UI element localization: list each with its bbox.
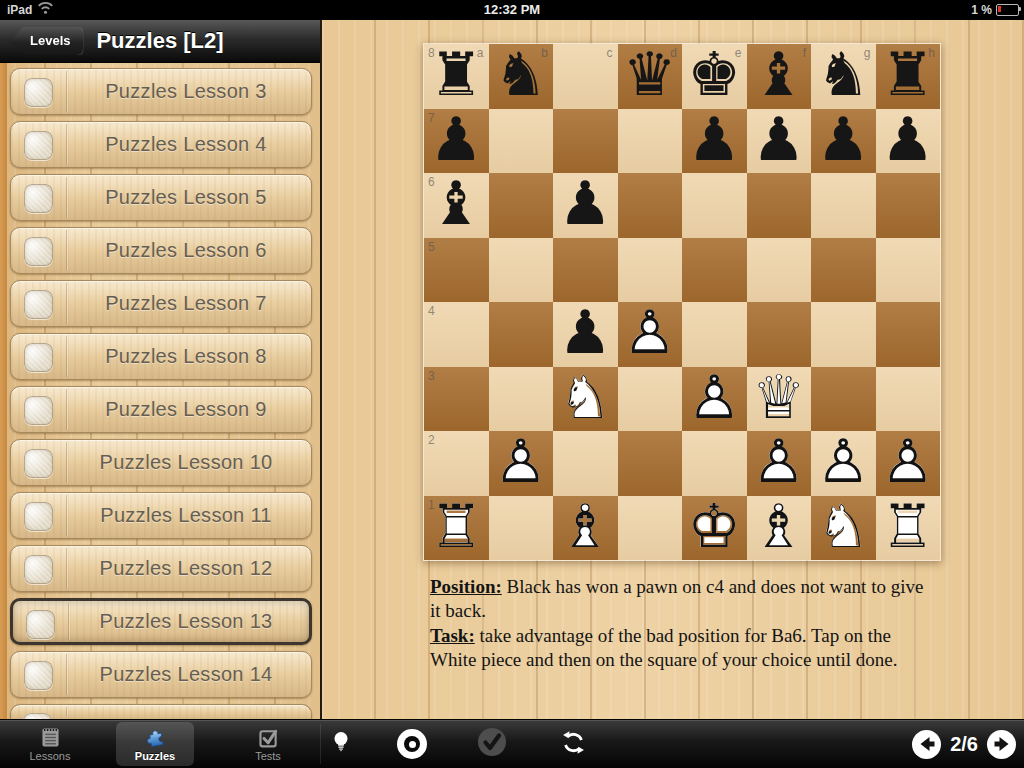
- lesson-item[interactable]: Puzzles Lesson 11: [10, 492, 312, 539]
- rank-label: 2: [428, 433, 435, 447]
- white-rook-outline: ♖: [876, 496, 941, 559]
- square-g8[interactable]: g♞: [811, 44, 876, 109]
- bottom-toolbar: Lessons Puzzles Tests: [0, 719, 1024, 768]
- square-e3[interactable]: ♟♙: [682, 367, 747, 432]
- lesson-status-icon: [24, 343, 53, 372]
- square-b7[interactable]: [489, 109, 554, 174]
- puzzle-pager: 2/6: [912, 720, 1016, 768]
- square-c3[interactable]: ♞♘: [553, 367, 618, 432]
- restart-button[interactable]: [556, 720, 590, 768]
- square-a4[interactable]: 4: [424, 302, 489, 367]
- file-label: b: [541, 46, 548, 60]
- lesson-status-icon: [24, 502, 53, 531]
- rank-label: 5: [428, 240, 435, 254]
- lesson-status-icon: [24, 131, 53, 160]
- white-pawn-outline: ♙: [682, 367, 747, 430]
- square-g5[interactable]: [811, 238, 876, 303]
- battery-percent-label: 1 %: [971, 3, 992, 17]
- record-button[interactable]: [395, 720, 429, 768]
- square-b5[interactable]: [489, 238, 554, 303]
- square-f3[interactable]: ♛♕: [747, 367, 812, 432]
- square-h6[interactable]: [876, 173, 941, 238]
- square-c2[interactable]: [553, 431, 618, 496]
- lesson-item[interactable]: Puzzles Lesson 10: [10, 439, 312, 486]
- square-f5[interactable]: [747, 238, 812, 303]
- task-label: Task:: [430, 625, 475, 646]
- tab-puzzles[interactable]: Puzzles: [116, 722, 194, 766]
- square-d3[interactable]: [618, 367, 683, 432]
- square-b3[interactable]: [489, 367, 554, 432]
- file-label: d: [670, 46, 677, 60]
- rank-label: 6: [428, 175, 435, 189]
- status-bar: iPad 12:32 PM 1 %: [0, 0, 1024, 20]
- square-b2[interactable]: ♟♙: [489, 431, 554, 496]
- black-pawn: ♟: [811, 109, 876, 172]
- square-c7[interactable]: [553, 109, 618, 174]
- puzzle-piece-icon: [142, 724, 169, 750]
- square-e1[interactable]: ♚♔: [682, 496, 747, 561]
- white-bishop-outline: ♗: [747, 496, 812, 559]
- black-pawn: ♟: [553, 302, 618, 365]
- square-a3[interactable]: 3: [424, 367, 489, 432]
- square-a6[interactable]: 6♝: [424, 173, 489, 238]
- square-b6[interactable]: [489, 173, 554, 238]
- lesson-item[interactable]: Puzzles Lesson 4: [10, 121, 312, 168]
- white-pawn-outline: ♙: [747, 431, 812, 494]
- square-d6[interactable]: [618, 173, 683, 238]
- lightbulb-icon: [329, 730, 353, 758]
- lesson-status-icon: [24, 184, 53, 213]
- square-h3[interactable]: [876, 367, 941, 432]
- lesson-item-partial[interactable]: Puzzles Lesson 15: [10, 704, 312, 719]
- square-f2[interactable]: ♟♙: [747, 431, 812, 496]
- rank-label: 1: [428, 498, 435, 512]
- lesson-item[interactable]: Puzzles Lesson 3: [10, 68, 312, 115]
- square-e5[interactable]: [682, 238, 747, 303]
- lesson-status-icon: [24, 661, 53, 690]
- square-e2[interactable]: [682, 431, 747, 496]
- rank-label: 4: [428, 304, 435, 318]
- checkbox-icon: [256, 724, 281, 750]
- file-label: e: [735, 46, 742, 60]
- rank-label: 8: [428, 46, 435, 60]
- lesson-status-icon: [24, 555, 53, 584]
- square-g2[interactable]: ♟♙: [811, 431, 876, 496]
- position-text: Black has won a pawn on c4 and does not …: [430, 576, 923, 621]
- square-h8[interactable]: h♜: [876, 44, 941, 109]
- square-g7[interactable]: ♟: [811, 109, 876, 174]
- square-e8[interactable]: e♚: [682, 44, 747, 109]
- square-g1[interactable]: ♞♘: [811, 496, 876, 561]
- lesson-item[interactable]: Puzzles Lesson 7: [10, 280, 312, 327]
- square-f7[interactable]: ♟: [747, 109, 812, 174]
- square-f4[interactable]: [747, 302, 812, 367]
- tab-lessons[interactable]: Lessons: [11, 722, 89, 766]
- puzzle-area: 8a♜b♞cd♛e♚f♝g♞h♜7♟♟♟♟♟6♝♟54♟♟♙3♞♘♟♙♛♕2♟♙…: [322, 20, 1024, 720]
- square-e6[interactable]: [682, 173, 747, 238]
- white-pawn-outline: ♙: [489, 431, 554, 494]
- lesson-item-selected[interactable]: Puzzles Lesson 13: [10, 598, 312, 645]
- square-e4[interactable]: [682, 302, 747, 367]
- lesson-item[interactable]: Puzzles Lesson 5: [10, 174, 312, 221]
- square-a7[interactable]: 7♟: [424, 109, 489, 174]
- previous-puzzle-button[interactable]: [912, 730, 941, 759]
- notepad-icon: [38, 724, 63, 750]
- black-pawn: ♟: [747, 109, 812, 172]
- refresh-icon: [560, 729, 587, 760]
- square-h2[interactable]: ♟♙: [876, 431, 941, 496]
- square-d7[interactable]: [618, 109, 683, 174]
- lesson-status-icon: [24, 290, 53, 319]
- chess-board: 8a♜b♞cd♛e♚f♝g♞h♜7♟♟♟♟♟6♝♟54♟♟♙3♞♘♟♙♛♕2♟♙…: [423, 43, 941, 561]
- file-label: g: [864, 46, 871, 60]
- square-g3[interactable]: [811, 367, 876, 432]
- square-f6[interactable]: [747, 173, 812, 238]
- rank-label: 3: [428, 369, 435, 383]
- white-pawn-outline: ♙: [811, 431, 876, 494]
- square-b8[interactable]: b♞: [489, 44, 554, 109]
- record-icon: [397, 729, 427, 759]
- white-knight-outline: ♘: [553, 367, 618, 430]
- square-b4[interactable]: [489, 302, 554, 367]
- task-text: take advantage of the bad position for B…: [430, 625, 897, 670]
- check-answer-button[interactable]: [475, 720, 509, 768]
- lesson-item[interactable]: Puzzles Lesson 9: [10, 386, 312, 433]
- white-queen-outline: ♕: [747, 367, 812, 430]
- checkmark-circle-icon: [477, 727, 507, 761]
- square-d1[interactable]: [618, 496, 683, 561]
- levels-back-button[interactable]: Levels: [10, 27, 83, 55]
- black-pawn: ♟: [553, 173, 618, 236]
- square-d5[interactable]: [618, 238, 683, 303]
- square-g4[interactable]: [811, 302, 876, 367]
- next-puzzle-button[interactable]: [987, 730, 1016, 759]
- lesson-item[interactable]: Puzzles Lesson 8: [10, 333, 312, 380]
- position-label: Position:: [430, 576, 502, 597]
- square-a5[interactable]: 5: [424, 238, 489, 303]
- square-g6[interactable]: [811, 173, 876, 238]
- arrow-right-icon: [988, 730, 1016, 758]
- lesson-item[interactable]: Puzzles Lesson 6: [10, 227, 312, 274]
- rank-label: 7: [428, 111, 435, 125]
- lesson-sidebar: Levels Puzzles [L2] Puzzles Lesson 3 Puz…: [0, 20, 322, 720]
- square-d8[interactable]: d♛: [618, 44, 683, 109]
- square-d4[interactable]: ♟♙: [618, 302, 683, 367]
- file-label: h: [928, 46, 935, 60]
- square-c5[interactable]: [553, 238, 618, 303]
- white-pawn-outline: ♙: [876, 431, 941, 494]
- black-pawn: ♟: [682, 109, 747, 172]
- lesson-item[interactable]: Puzzles Lesson 12: [10, 545, 312, 592]
- arrow-left-icon: [913, 730, 941, 758]
- lesson-status-icon: [24, 449, 53, 478]
- square-f1[interactable]: ♝♗: [747, 496, 812, 561]
- white-bishop-outline: ♗: [553, 496, 618, 559]
- square-a2[interactable]: 2: [424, 431, 489, 496]
- square-e7[interactable]: ♟: [682, 109, 747, 174]
- square-b1[interactable]: [489, 496, 554, 561]
- lesson-status-icon: [24, 78, 53, 107]
- square-c1[interactable]: ♝♗: [553, 496, 618, 561]
- square-c4[interactable]: ♟: [553, 302, 618, 367]
- square-h7[interactable]: ♟: [876, 109, 941, 174]
- tab-tests[interactable]: Tests: [229, 722, 307, 766]
- file-label: c: [607, 46, 613, 60]
- square-d2[interactable]: [618, 431, 683, 496]
- clock: 12:32 PM: [0, 0, 1024, 20]
- lesson-status-icon: [26, 610, 55, 639]
- puzzle-page-indicator: 2/6: [950, 733, 978, 756]
- black-bishop: ♝: [747, 44, 812, 107]
- app-screen: iPad 12:32 PM 1 % Levels Puzzles [L2] Pu…: [0, 0, 1024, 768]
- square-h5[interactable]: [876, 238, 941, 303]
- white-pawn-outline: ♙: [618, 302, 683, 365]
- lesson-status-icon: [24, 237, 53, 266]
- square-c8[interactable]: c: [553, 44, 618, 109]
- white-king-outline: ♔: [682, 496, 747, 559]
- square-h1[interactable]: ♜♖: [876, 496, 941, 561]
- file-label: a: [477, 46, 484, 60]
- hint-lightbulb-button[interactable]: [324, 720, 358, 768]
- sidebar-header: Levels Puzzles [L2]: [0, 20, 320, 63]
- square-c6[interactable]: ♟: [553, 173, 618, 238]
- lesson-item[interactable]: Puzzles Lesson 14: [10, 651, 312, 698]
- file-label: f: [803, 46, 806, 60]
- square-f8[interactable]: f♝: [747, 44, 812, 109]
- puzzle-instructions: Position: Black has won a pawn on c4 and…: [430, 575, 938, 672]
- lesson-status-icon: [24, 396, 53, 425]
- square-h4[interactable]: [876, 302, 941, 367]
- white-knight-outline: ♘: [811, 496, 876, 559]
- square-a1[interactable]: 1♜♖: [424, 496, 489, 561]
- battery-icon: [996, 4, 1019, 16]
- black-pawn: ♟: [876, 109, 941, 172]
- square-a8[interactable]: 8a♜: [424, 44, 489, 109]
- lesson-list: Puzzles Lesson 3 Puzzles Lesson 4 Puzzle…: [0, 62, 318, 720]
